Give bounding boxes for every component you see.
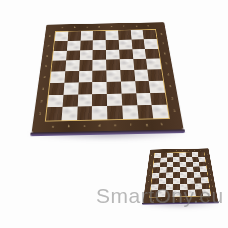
square-a4 bbox=[50, 71, 65, 83]
rank-label: 5 bbox=[208, 167, 212, 170]
square-c1 bbox=[77, 106, 93, 120]
square-h1 bbox=[152, 105, 169, 119]
square-e7 bbox=[106, 40, 119, 50]
file-label: a bbox=[48, 123, 58, 130]
rank-label: 4 bbox=[164, 71, 172, 78]
rank-label: 2 bbox=[38, 97, 46, 105]
square-c4 bbox=[78, 71, 92, 83]
rank-label: 1 bbox=[170, 107, 179, 115]
chess-board-large: abcdefgh abcdefgh 87654321 87654321 bbox=[30, 0, 182, 131]
square-a6 bbox=[53, 50, 67, 60]
square-b7 bbox=[67, 40, 80, 50]
square-f5 bbox=[119, 59, 133, 70]
square-g8 bbox=[130, 30, 144, 39]
square-f3 bbox=[121, 81, 136, 93]
board-squares bbox=[45, 29, 170, 121]
square-c5 bbox=[79, 60, 93, 71]
square-c6 bbox=[79, 50, 93, 60]
rank-label: 6 bbox=[149, 163, 152, 166]
file-label: b bbox=[63, 123, 73, 130]
file-label: b bbox=[71, 25, 79, 29]
board-tilt-wrapper: abcdefgh abcdefgh 87654321 87654321 bbox=[28, 0, 183, 133]
file-label: f bbox=[126, 122, 136, 129]
file-label: c bbox=[83, 25, 91, 29]
file-label: h bbox=[144, 24, 152, 28]
square-g6 bbox=[132, 49, 146, 59]
rank-label: 4 bbox=[209, 173, 213, 177]
file-label: a bbox=[58, 26, 66, 30]
rank-label: 7 bbox=[45, 43, 52, 49]
square-d6 bbox=[93, 50, 106, 60]
square-f1 bbox=[122, 105, 138, 119]
rank-label: 8 bbox=[150, 154, 153, 157]
rank-label: 7 bbox=[160, 40, 167, 46]
square-b4 bbox=[64, 71, 79, 83]
square-g4 bbox=[134, 70, 149, 82]
rank-label: 3 bbox=[147, 180, 151, 184]
square-b5 bbox=[65, 60, 79, 71]
product-photo: abcdefgh abcdefgh 87654321 87654321 abcd… bbox=[0, 0, 228, 228]
square-h8 bbox=[143, 30, 157, 39]
file-label: f bbox=[120, 24, 128, 28]
square-f4 bbox=[120, 70, 135, 82]
rank-label: 5 bbox=[42, 63, 49, 70]
square-d8 bbox=[93, 31, 106, 40]
rank-label: 7 bbox=[206, 157, 210, 160]
rank-label: 5 bbox=[163, 60, 171, 67]
rank-label: 7 bbox=[149, 159, 152, 162]
rank-label: 1 bbox=[36, 110, 44, 118]
square-a2 bbox=[47, 94, 63, 107]
square-f6 bbox=[119, 49, 133, 59]
square-d7 bbox=[93, 40, 106, 50]
square-a5 bbox=[51, 61, 66, 72]
square-b3 bbox=[63, 82, 78, 94]
square-e6 bbox=[106, 49, 120, 59]
square-b6 bbox=[66, 50, 80, 60]
square-g3 bbox=[135, 81, 151, 93]
square-g2 bbox=[136, 93, 152, 106]
square-c3 bbox=[78, 82, 93, 94]
rank-label: 8 bbox=[158, 31, 165, 37]
square-g1 bbox=[137, 105, 154, 119]
square-c2 bbox=[77, 94, 92, 107]
file-label: d bbox=[95, 25, 103, 29]
square-d4 bbox=[92, 70, 106, 82]
file-label: e bbox=[108, 25, 116, 29]
square-h2 bbox=[150, 92, 166, 105]
rank-label: 4 bbox=[147, 174, 151, 178]
square-e4 bbox=[106, 70, 120, 82]
rank-label: 3 bbox=[166, 82, 174, 89]
file-label: c bbox=[79, 123, 89, 130]
square-e1 bbox=[107, 106, 123, 120]
square-d5 bbox=[93, 60, 107, 71]
square-a1 bbox=[46, 107, 62, 121]
square-f2 bbox=[121, 93, 137, 106]
square-b8 bbox=[67, 31, 80, 40]
square-e2 bbox=[107, 93, 122, 106]
file-label: e bbox=[110, 122, 120, 129]
square-d3 bbox=[92, 82, 107, 94]
square-b1 bbox=[61, 107, 77, 121]
rank-label: 3 bbox=[39, 85, 47, 93]
square-d1 bbox=[92, 106, 107, 120]
file-label: d bbox=[95, 122, 105, 129]
square-g5 bbox=[133, 59, 148, 70]
square-f7 bbox=[118, 39, 132, 49]
square-g7 bbox=[131, 39, 145, 49]
rank-label: 6 bbox=[207, 162, 211, 165]
square-h6 bbox=[145, 48, 160, 58]
square-e5 bbox=[106, 59, 120, 70]
rank-label: 6 bbox=[44, 53, 51, 59]
square-h3 bbox=[149, 80, 165, 92]
square-c8 bbox=[80, 31, 93, 40]
square-b2 bbox=[62, 94, 77, 107]
watermark: SmartOny.eu bbox=[96, 184, 224, 208]
square-a8 bbox=[55, 32, 68, 41]
rank-label: 2 bbox=[168, 94, 176, 102]
rank-label: 5 bbox=[148, 169, 152, 172]
rank-label: 8 bbox=[205, 153, 208, 156]
square-d2 bbox=[92, 94, 107, 107]
square-c7 bbox=[80, 40, 93, 50]
board-frame: abcdefgh abcdefgh 87654321 87654321 bbox=[32, 22, 184, 132]
rank-label: 6 bbox=[161, 50, 168, 56]
square-a3 bbox=[49, 83, 64, 95]
square-e3 bbox=[107, 81, 122, 93]
square-f8 bbox=[118, 30, 131, 39]
square-h5 bbox=[146, 59, 161, 70]
square-a7 bbox=[54, 41, 68, 51]
rank-label: 8 bbox=[46, 34, 53, 40]
square-h4 bbox=[148, 69, 163, 81]
square-h7 bbox=[144, 39, 158, 49]
rank-label: 3 bbox=[209, 178, 213, 182]
file-label: g bbox=[132, 24, 140, 28]
square-e8 bbox=[105, 30, 118, 39]
rank-label: 4 bbox=[41, 74, 48, 81]
